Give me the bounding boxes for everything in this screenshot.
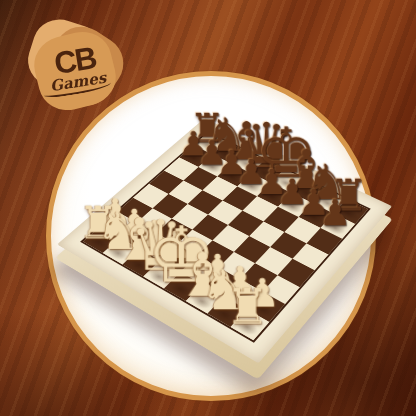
piece-white-rook: ♜: [225, 283, 269, 332]
brand-logo: CB Games: [28, 22, 124, 114]
chessboard: ♜♞♝♛♚♝♞♜♟♟♟♟♟♟♟♟♟♟♟♟♟♟♟♟♜♞♝♛♚♝♞♜: [57, 118, 392, 363]
product-image: ♜♞♝♛♚♝♞♜♟♟♟♟♟♟♟♟♟♟♟♟♟♟♟♟♜♞♝♛♚♝♞♜ CB Game…: [0, 0, 416, 416]
logo-text: CB Games: [22, 21, 129, 115]
piece-black-pawn: ♟: [319, 195, 351, 231]
